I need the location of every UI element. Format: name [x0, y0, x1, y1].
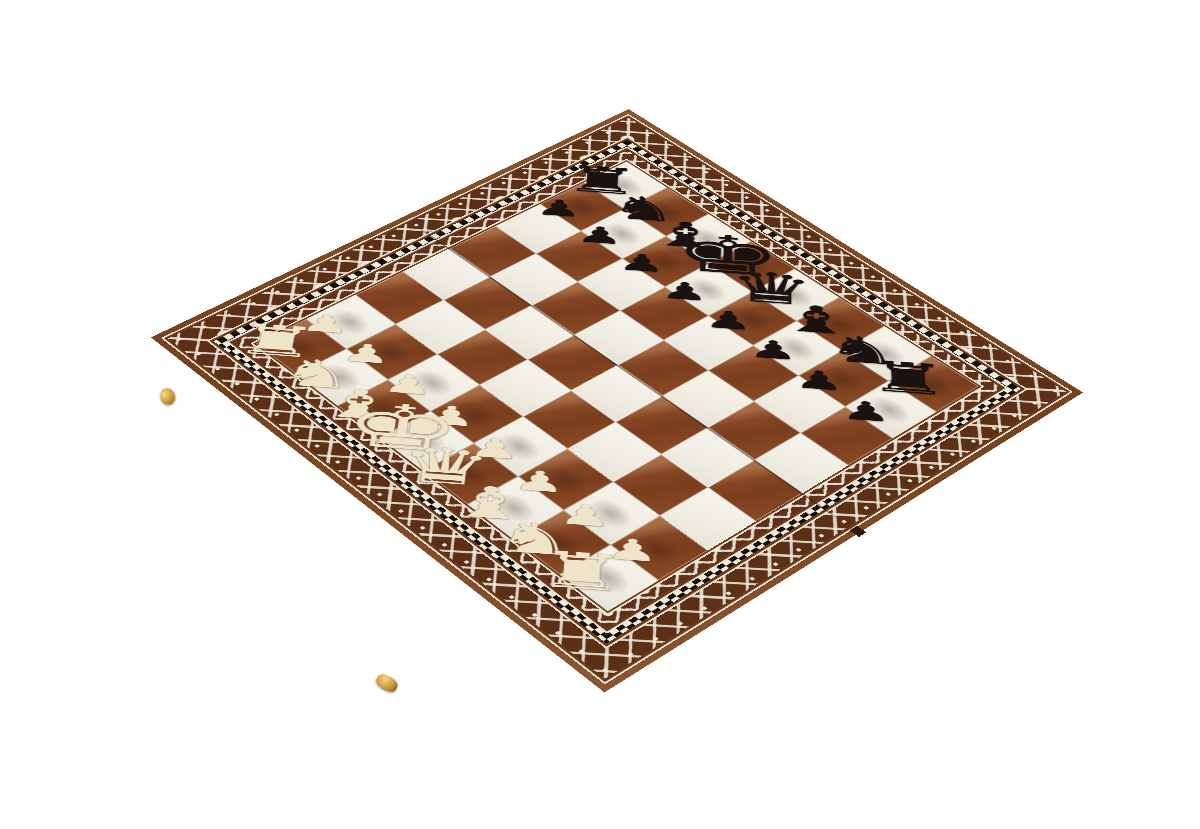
square-h1[interactable]: ♜	[560, 545, 659, 611]
border-dash-ribbon: ♜♞♝♚♛♝♞♜♟♟♟♟♟♟♟♟♟♟♟♟♟♟♟♟♜♞♝♚♛♝♞♜	[214, 140, 1021, 643]
border-chevron-inlay-band: ♜♞♝♚♛♝♞♜♟♟♟♟♟♟♟♟♟♟♟♟♟♟♟♟♜♞♝♚♛♝♞♜	[233, 150, 1001, 628]
border-outer-wood-margin: ♜♞♝♚♛♝♞♜♟♟♟♟♟♟♟♟♟♟♟♟♟♟♟♟♜♞♝♚♛♝♞♜	[151, 109, 1083, 692]
piece-white-rook[interactable]: ♜	[514, 543, 649, 599]
border-pinstripe-mid1: ♜♞♝♚♛♝♞♜♟♟♟♟♟♟♟♟♟♟♟♟♟♟♟♟♜♞♝♚♛♝♞♜	[206, 136, 1028, 648]
border-pinstripe-outer: ♜♞♝♚♛♝♞♜♟♟♟♟♟♟♟♟♟♟♟♟♟♟♟♟♜♞♝♚♛♝♞♜	[161, 114, 1073, 684]
border-pinstripe-inner: ♜♞♝♚♛♝♞♜♟♟♟♟♟♟♟♟♟♟♟♟♟♟♟♟♜♞♝♚♛♝♞♜	[250, 159, 984, 616]
brass-hinge	[158, 386, 178, 407]
chessboard-photo-scene: ♜♞♝♚♛♝♞♜♟♟♟♟♟♟♟♟♟♟♟♟♟♟♟♟♜♞♝♚♛♝♞♜	[0, 0, 1200, 829]
border-pinstripe-mid2: ♜♞♝♚♛♝♞♜♟♟♟♟♟♟♟♟♟♟♟♟♟♟♟♟♜♞♝♚♛♝♞♜	[226, 146, 1008, 633]
border-vine-inlay-band: ♜♞♝♚♛♝♞♜♟♟♟♟♟♟♟♟♟♟♟♟♟♟♟♟♜♞♝♚♛♝♞♜	[168, 118, 1066, 679]
brass-latch	[374, 671, 400, 694]
board-top-face: ♜♞♝♚♛♝♞♜♟♟♟♟♟♟♟♟♟♟♟♟♟♟♟♟♜♞♝♚♛♝♞♜	[151, 109, 1083, 692]
chess-board: ♜♞♝♚♛♝♞♜♟♟♟♟♟♟♟♟♟♟♟♟♟♟♟♟♜♞♝♚♛♝♞♜	[151, 109, 1083, 692]
playing-field: ♜♞♝♚♛♝♞♜♟♟♟♟♟♟♟♟♟♟♟♟♟♟♟♟♜♞♝♚♛♝♞♜	[256, 162, 979, 612]
